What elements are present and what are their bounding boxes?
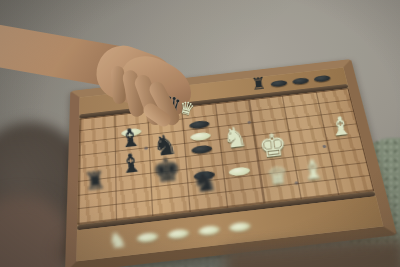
captured-white-bia <box>137 232 158 243</box>
captured-white-bia <box>229 222 251 233</box>
square-h1 <box>333 176 373 194</box>
square-h5: ♝ <box>322 125 360 141</box>
captured-white-ma: ♞ <box>107 228 128 251</box>
piece-white-bia <box>229 166 251 176</box>
square-e5: ♞ <box>218 137 254 154</box>
square-e1 <box>224 189 262 207</box>
square-c2 <box>151 184 188 202</box>
square-g2: ♝ <box>294 167 333 185</box>
square-b3 <box>115 174 151 191</box>
square-c1 <box>151 197 188 215</box>
square-a2 <box>79 192 115 210</box>
piece-black-ruea: ♜ <box>83 168 108 195</box>
square-d6 <box>183 128 219 144</box>
piece-black-bia <box>189 120 210 129</box>
piece-black-khun: ♚ <box>151 152 183 187</box>
captured-white-bia <box>168 228 190 239</box>
piece-white-bia <box>190 132 211 142</box>
piece-white-khon: ♝ <box>328 113 354 141</box>
square-f1 <box>260 185 299 203</box>
piece-white-khon: ♝ <box>300 155 326 184</box>
piece-white-khun: ♚ <box>257 127 289 162</box>
captured-black-bia <box>292 77 309 85</box>
piece-black-ma: ♞ <box>190 165 219 196</box>
piece-white-ma: ♞ <box>222 122 250 152</box>
piece-black-khon: ♝ <box>118 150 144 178</box>
square-f2: ♛ <box>258 171 296 189</box>
captured-black-bia <box>270 79 287 87</box>
captured-black-bia <box>313 74 331 82</box>
captured-white-bia <box>199 225 221 236</box>
square-b1 <box>115 201 152 219</box>
photo-scene: ♜ ♝♞♞♝♝♚♜♚♞♛♝ ♞ ♛ ♛ <box>0 0 400 267</box>
piece-black-bia <box>191 144 212 154</box>
piece-white-met: ♛ <box>265 162 289 188</box>
captured-black-ruea: ♜ <box>250 75 266 93</box>
square-d5 <box>184 141 220 158</box>
